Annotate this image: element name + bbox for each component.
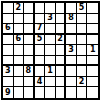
sudoku-cell-empty[interactable]	[87, 66, 98, 77]
sudoku-cell-empty[interactable]	[87, 87, 98, 98]
sudoku-cell-given: 6	[14, 35, 25, 46]
sudoku-cell-empty[interactable]	[24, 45, 35, 56]
sudoku-cell-empty[interactable]	[56, 77, 67, 88]
sudoku-cell-empty[interactable]	[66, 56, 77, 67]
sudoku-cell-empty[interactable]	[14, 56, 25, 67]
sudoku-cell-empty[interactable]	[77, 14, 88, 25]
sudoku-cell-empty[interactable]	[66, 24, 77, 35]
sudoku-cell-empty[interactable]	[87, 24, 98, 35]
sudoku-cell-given: 1	[87, 45, 98, 56]
sudoku-cell-empty[interactable]	[45, 3, 56, 14]
sudoku-cell-empty[interactable]	[77, 24, 88, 35]
sudoku-cell-given: 3	[45, 14, 56, 25]
sudoku-cell-empty[interactable]	[3, 45, 14, 56]
sudoku-cell-empty[interactable]	[35, 66, 46, 77]
sudoku-cell-given: 6	[3, 24, 14, 35]
sudoku-cell-empty[interactable]	[35, 3, 46, 14]
sudoku-cell-empty[interactable]	[24, 77, 35, 88]
sudoku-board: 25386765231381429	[1, 1, 100, 100]
sudoku-cell-empty[interactable]	[3, 77, 14, 88]
sudoku-cell-empty[interactable]	[66, 35, 77, 46]
sudoku-cell-empty[interactable]	[45, 87, 56, 98]
sudoku-cell-empty[interactable]	[56, 87, 67, 98]
sudoku-cell-given: 2	[56, 35, 67, 46]
sudoku-cell-given: 9	[3, 87, 14, 98]
sudoku-cell-empty[interactable]	[66, 77, 77, 88]
sudoku-cell-empty[interactable]	[77, 35, 88, 46]
sudoku-cell-given: 3	[66, 45, 77, 56]
sudoku-cell-given: 5	[77, 3, 88, 14]
sudoku-cell-empty[interactable]	[24, 35, 35, 46]
sudoku-cell-given: 8	[24, 66, 35, 77]
sudoku-cell-empty[interactable]	[45, 45, 56, 56]
sudoku-cell-empty[interactable]	[35, 45, 46, 56]
sudoku-cell-empty[interactable]	[77, 66, 88, 77]
sudoku-cell-empty[interactable]	[66, 3, 77, 14]
sudoku-cell-empty[interactable]	[56, 24, 67, 35]
sudoku-cell-empty[interactable]	[87, 77, 98, 88]
sudoku-cell-empty[interactable]	[77, 56, 88, 67]
sudoku-cell-empty[interactable]	[24, 14, 35, 25]
sudoku-cell-empty[interactable]	[14, 14, 25, 25]
sudoku-cell-empty[interactable]	[87, 14, 98, 25]
sudoku-cell-empty[interactable]	[56, 45, 67, 56]
sudoku-cell-empty[interactable]	[35, 56, 46, 67]
sudoku-cell-given: 2	[14, 3, 25, 14]
sudoku-cell-empty[interactable]	[56, 66, 67, 77]
sudoku-cell-empty[interactable]	[87, 56, 98, 67]
sudoku-cell-empty[interactable]	[24, 3, 35, 14]
sudoku-cell-empty[interactable]	[45, 24, 56, 35]
sudoku-cell-empty[interactable]	[14, 24, 25, 35]
sudoku-cell-empty[interactable]	[35, 87, 46, 98]
sudoku-cell-empty[interactable]	[56, 14, 67, 25]
sudoku-cell-empty[interactable]	[56, 3, 67, 14]
sudoku-cell-empty[interactable]	[45, 77, 56, 88]
sudoku-cell-empty[interactable]	[3, 35, 14, 46]
sudoku-cell-given: 5	[35, 35, 46, 46]
sudoku-cell-empty[interactable]	[24, 87, 35, 98]
sudoku-cell-empty[interactable]	[14, 87, 25, 98]
sudoku-cell-empty[interactable]	[3, 56, 14, 67]
sudoku-cell-empty[interactable]	[87, 35, 98, 46]
sudoku-cell-given: 2	[77, 77, 88, 88]
sudoku-cell-empty[interactable]	[45, 35, 56, 46]
sudoku-cell-empty[interactable]	[66, 87, 77, 98]
sudoku-cell-given: 3	[3, 66, 14, 77]
sudoku-cell-empty[interactable]	[77, 45, 88, 56]
sudoku-cell-empty[interactable]	[87, 3, 98, 14]
sudoku-cell-empty[interactable]	[56, 56, 67, 67]
sudoku-cell-empty[interactable]	[24, 24, 35, 35]
sudoku-cell-empty[interactable]	[77, 87, 88, 98]
sudoku-cell-empty[interactable]	[3, 3, 14, 14]
sudoku-cell-given: 7	[35, 24, 46, 35]
sudoku-cell-given: 4	[35, 77, 46, 88]
sudoku-cell-empty[interactable]	[14, 77, 25, 88]
sudoku-cell-empty[interactable]	[24, 56, 35, 67]
sudoku-cell-empty[interactable]	[66, 66, 77, 77]
sudoku-cell-empty[interactable]	[45, 56, 56, 67]
sudoku-cell-given: 8	[66, 14, 77, 25]
sudoku-cell-empty[interactable]	[14, 45, 25, 56]
sudoku-cell-given: 1	[45, 66, 56, 77]
sudoku-cell-empty[interactable]	[14, 66, 25, 77]
